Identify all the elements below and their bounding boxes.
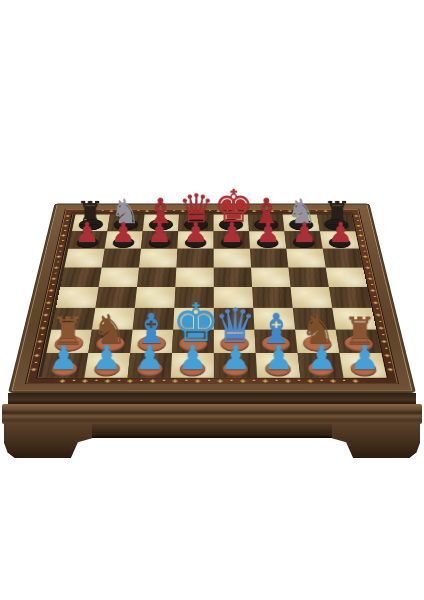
black-pawn-glyph: ♟ [74, 218, 99, 246]
square-a5 [60, 267, 101, 287]
product-photo-stage: ◈•◈•◈•◈•◈•◈•◈•◈•◈•◈•◈•◈•◈•◈ ◈•◈•◈•◈•◈•◈•… [0, 0, 424, 600]
white-pawn-glyph: ♟ [49, 341, 79, 374]
square-g6 [286, 249, 325, 268]
piece-white-pawn-a1: ♟ [42, 355, 88, 374]
piece-black-pawn-c7: ♟ [141, 233, 178, 247]
piece-white-pawn-h1: ♟ [340, 355, 386, 374]
piece-black-pawn-e7: ♟ [214, 233, 250, 247]
square-h4 [329, 287, 372, 308]
piece-white-pawn-d1: ♟ [171, 355, 214, 374]
board-foot-left [4, 424, 92, 458]
square-a6 [64, 249, 104, 268]
square-a7: ♟ [68, 231, 107, 249]
square-a1: ♟ [41, 353, 88, 378]
square-f7: ♟ [249, 231, 286, 249]
square-c1: ♟ [128, 353, 172, 378]
piece-white-pawn-c1: ♟ [128, 355, 172, 374]
inlay-motif-row-near: ◈•◈•◈•◈•◈•◈•◈•◈•◈•◈•◈•◈•◈•◈ [26, 378, 398, 383]
white-pawn-glyph: ♟ [350, 341, 380, 374]
white-pawn-glyph: ♟ [178, 341, 208, 374]
white-pawn-glyph: ♟ [307, 341, 337, 374]
white-pawn-glyph: ♟ [135, 341, 165, 374]
black-pawn-glyph: ♟ [292, 218, 317, 246]
square-d5 [175, 267, 213, 287]
black-pawn-glyph: ♟ [328, 218, 353, 246]
board-base-center [86, 424, 338, 438]
square-g5 [288, 267, 328, 287]
white-pawn-glyph: ♟ [221, 341, 251, 374]
board-inner-border: ♜♞♝♛♚♝♞♜♟♟♟♟♟♟♟♟♜♞♝♚♛♝♞♜♟♟♟♟♟♟♟♟ [36, 213, 388, 379]
piece-white-pawn-g1: ♟ [298, 355, 343, 374]
square-c7: ♟ [141, 231, 178, 249]
square-d7: ♟ [177, 231, 213, 249]
square-d1: ♟ [171, 353, 214, 378]
square-h6 [323, 249, 363, 268]
square-e5 [214, 267, 252, 287]
black-pawn-glyph: ♟ [255, 218, 280, 246]
chess-board: ◈•◈•◈•◈•◈•◈•◈•◈•◈•◈•◈•◈•◈•◈ ◈•◈•◈•◈•◈•◈•… [8, 204, 416, 393]
square-f1: ♟ [256, 353, 301, 378]
piece-white-pawn-e1: ♟ [214, 355, 257, 374]
square-b1: ♟ [84, 353, 130, 378]
white-pawn-glyph: ♟ [264, 341, 294, 374]
square-b7: ♟ [105, 231, 143, 249]
square-e6 [214, 249, 251, 268]
piece-black-pawn-b7: ♟ [105, 233, 143, 247]
board-foot-right [332, 424, 420, 458]
inlay-band: ◈•◈•◈•◈•◈•◈•◈•◈•◈•◈•◈•◈•◈•◈ ◈•◈•◈•◈•◈•◈•… [25, 209, 399, 384]
square-h7: ♟ [320, 231, 359, 249]
piece-black-pawn-f7: ♟ [249, 233, 286, 247]
piece-black-pawn-a7: ♟ [69, 233, 107, 247]
square-f5 [251, 267, 290, 287]
square-d6 [176, 249, 213, 268]
piece-black-pawn-d7: ♟ [177, 233, 213, 247]
piece-black-pawn-g7: ♟ [285, 233, 323, 247]
square-b4 [95, 287, 137, 308]
black-pawn-glyph: ♟ [183, 218, 208, 246]
black-pawn-glyph: ♟ [147, 218, 172, 246]
square-h1: ♟ [340, 353, 387, 378]
square-c5 [137, 267, 176, 287]
white-pawn-glyph: ♟ [92, 341, 122, 374]
square-b5 [99, 267, 139, 287]
board-plinth [2, 404, 422, 424]
square-e1: ♟ [214, 353, 257, 378]
square-g4 [290, 287, 332, 308]
black-pawn-glyph: ♟ [219, 218, 244, 246]
board-frame: ◈•◈•◈•◈•◈•◈•◈•◈•◈•◈•◈•◈•◈•◈ ◈•◈•◈•◈•◈•◈•… [8, 204, 416, 393]
square-b6 [102, 249, 141, 268]
square-h5 [326, 267, 368, 287]
piece-white-pawn-b1: ♟ [85, 355, 130, 374]
piece-white-pawn-f1: ♟ [256, 355, 300, 374]
square-c6 [139, 249, 177, 268]
square-g7: ♟ [284, 231, 322, 249]
board-side-face [8, 393, 416, 404]
black-pawn-glyph: ♟ [111, 218, 136, 246]
board-squares: ♜♞♝♛♚♝♞♜♟♟♟♟♟♟♟♟♜♞♝♚♛♝♞♜♟♟♟♟♟♟♟♟ [41, 215, 386, 378]
piece-black-pawn-h7: ♟ [320, 233, 358, 247]
square-a4 [56, 287, 99, 308]
square-g1: ♟ [298, 353, 344, 378]
square-f6 [250, 249, 288, 268]
square-e7: ♟ [214, 231, 250, 249]
